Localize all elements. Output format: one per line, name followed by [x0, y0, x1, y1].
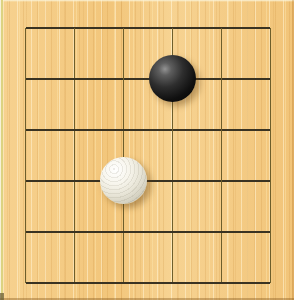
- go-grid: [0, 0, 294, 300]
- black-stone: [149, 55, 196, 102]
- grid-line-vertical: [74, 28, 75, 283]
- grid-line-vertical: [123, 28, 124, 283]
- grid-line-vertical: [25, 28, 26, 283]
- grid-line-horizontal: [26, 231, 271, 233]
- grid-line-vertical: [270, 28, 271, 283]
- white-stone: [100, 157, 147, 204]
- grid-line-horizontal: [26, 180, 271, 182]
- grid-line-horizontal: [26, 78, 271, 80]
- grid-line-vertical: [221, 28, 222, 283]
- grid-line-horizontal: [26, 27, 271, 29]
- grid-line-horizontal: [26, 282, 271, 284]
- go-board[interactable]: [0, 0, 294, 300]
- grid-line-horizontal: [26, 129, 271, 131]
